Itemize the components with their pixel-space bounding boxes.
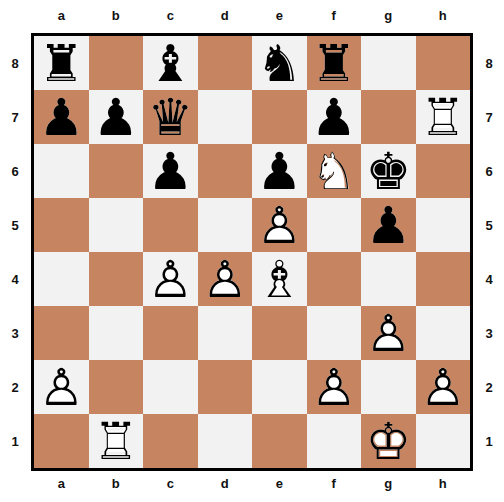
piece-glyph: ♜ [307,36,362,90]
square-h4[interactable] [416,252,471,306]
square-b2[interactable] [89,360,144,414]
square-e3[interactable] [252,306,307,360]
piece-glyph: ♙ [416,360,471,414]
piece-white-pawn[interactable]: ♟♙ [416,360,471,414]
square-a6[interactable] [34,144,89,198]
piece-fill: ♟ [252,198,307,252]
square-g6[interactable]: ♚♚ [361,144,416,198]
square-g5[interactable]: ♟♟ [361,198,416,252]
square-h2[interactable]: ♟♙ [416,360,471,414]
piece-glyph: ♟ [361,198,416,252]
file-label-f: f [307,472,362,494]
square-f2[interactable]: ♟♙ [307,360,362,414]
piece-black-king[interactable]: ♚♚ [361,144,416,198]
square-e6[interactable]: ♟♟ [252,144,307,198]
piece-glyph: ♟ [252,144,307,198]
rank-label-6: 6 [4,144,26,198]
square-a1[interactable] [34,414,89,468]
square-f6[interactable]: ♞♘ [307,144,362,198]
piece-black-pawn[interactable]: ♟♟ [307,90,362,144]
piece-white-bishop[interactable]: ♝♗ [252,252,307,306]
rank-label-7: 7 [4,90,26,144]
rank-label-4: 4 [478,252,500,306]
piece-fill: ♝ [143,36,198,90]
file-labels-top: abcdefgh [34,4,470,26]
piece-glyph: ♛ [143,90,198,144]
file-label-e: e [252,4,307,26]
square-c4[interactable]: ♟♙ [143,252,198,306]
piece-white-pawn[interactable]: ♟♙ [361,306,416,360]
file-labels-bottom: abcdefgh [34,472,470,494]
square-f1[interactable] [307,414,362,468]
piece-fill: ♝ [252,252,307,306]
piece-glyph: ♘ [307,144,362,198]
square-g1[interactable]: ♚♔ [361,414,416,468]
square-f4[interactable] [307,252,362,306]
piece-glyph: ♚ [361,144,416,198]
rank-label-6: 6 [478,144,500,198]
piece-fill: ♟ [34,360,89,414]
rank-label-1: 1 [478,414,500,468]
piece-fill: ♟ [307,90,362,144]
piece-white-pawn[interactable]: ♟♙ [143,252,198,306]
piece-fill: ♞ [252,36,307,90]
square-d2[interactable] [198,360,253,414]
piece-glyph: ♖ [416,90,471,144]
square-g2[interactable] [361,360,416,414]
piece-white-pawn[interactable]: ♟♙ [198,252,253,306]
piece-fill: ♟ [143,252,198,306]
piece-glyph: ♟ [34,90,89,144]
square-f3[interactable] [307,306,362,360]
file-label-d: d [198,472,253,494]
piece-black-pawn[interactable]: ♟♟ [143,144,198,198]
square-e1[interactable] [252,414,307,468]
square-g7[interactable] [361,90,416,144]
piece-fill: ♜ [89,414,144,468]
piece-black-queen[interactable]: ♛♛ [143,90,198,144]
file-label-g: g [361,472,416,494]
square-c5[interactable] [143,198,198,252]
piece-fill: ♟ [34,90,89,144]
square-d7[interactable] [198,90,253,144]
rank-label-3: 3 [478,306,500,360]
piece-fill: ♟ [416,360,471,414]
square-a8[interactable]: ♜♜ [34,36,89,90]
square-h7[interactable]: ♜♖ [416,90,471,144]
square-d1[interactable] [198,414,253,468]
piece-glyph: ♙ [34,360,89,414]
file-label-e: e [252,472,307,494]
piece-glyph: ♙ [361,306,416,360]
piece-fill: ♟ [307,360,362,414]
piece-black-rook[interactable]: ♜♜ [34,36,89,90]
file-label-a: a [34,4,89,26]
piece-fill: ♟ [143,144,198,198]
square-a5[interactable] [34,198,89,252]
rank-label-8: 8 [478,36,500,90]
piece-glyph: ♙ [307,360,362,414]
file-label-h: h [416,4,471,26]
rank-labels-right: 87654321 [478,36,500,468]
square-e2[interactable] [252,360,307,414]
square-d5[interactable] [198,198,253,252]
square-g3[interactable]: ♟♙ [361,306,416,360]
rank-label-2: 2 [4,360,26,414]
rank-label-7: 7 [478,90,500,144]
square-f7[interactable]: ♟♟ [307,90,362,144]
square-c2[interactable] [143,360,198,414]
piece-glyph: ♞ [252,36,307,90]
piece-white-rook[interactable]: ♜♖ [416,90,471,144]
piece-glyph: ♙ [198,252,253,306]
square-b7[interactable]: ♟♟ [89,90,144,144]
square-a3[interactable] [34,306,89,360]
piece-glyph: ♝ [143,36,198,90]
piece-black-bishop[interactable]: ♝♝ [143,36,198,90]
piece-white-pawn[interactable]: ♟♙ [34,360,89,414]
file-label-f: f [307,4,362,26]
piece-black-pawn[interactable]: ♟♟ [361,198,416,252]
square-h8[interactable] [416,36,471,90]
rank-label-8: 8 [4,36,26,90]
piece-fill: ♚ [361,144,416,198]
piece-fill: ♟ [361,306,416,360]
piece-fill: ♟ [198,252,253,306]
square-a2[interactable]: ♟♙ [34,360,89,414]
file-label-c: c [143,472,198,494]
piece-glyph: ♟ [89,90,144,144]
piece-glyph: ♟ [143,144,198,198]
file-label-b: b [89,4,144,26]
rank-label-5: 5 [4,198,26,252]
piece-white-king[interactable]: ♚♔ [361,414,416,468]
piece-glyph: ♗ [252,252,307,306]
piece-white-knight[interactable]: ♞♘ [307,144,362,198]
file-label-c: c [143,4,198,26]
rank-label-5: 5 [478,198,500,252]
square-e7[interactable] [252,90,307,144]
square-c6[interactable]: ♟♟ [143,144,198,198]
square-h6[interactable] [416,144,471,198]
square-b8[interactable] [89,36,144,90]
piece-white-pawn[interactable]: ♟♙ [307,360,362,414]
piece-fill: ♛ [143,90,198,144]
square-a7[interactable]: ♟♟ [34,90,89,144]
file-label-a: a [34,472,89,494]
rank-label-1: 1 [4,414,26,468]
square-c3[interactable] [143,306,198,360]
square-g8[interactable] [361,36,416,90]
square-b1[interactable]: ♜♖ [89,414,144,468]
square-h1[interactable] [416,414,471,468]
piece-fill: ♞ [307,144,362,198]
square-c7[interactable]: ♛♛ [143,90,198,144]
square-c1[interactable] [143,414,198,468]
square-b4[interactable] [89,252,144,306]
piece-glyph: ♙ [143,252,198,306]
chessboard-diagram: abcdefgh abcdefgh 87654321 87654321 ♜♜♝♝… [0,0,504,502]
chess-board: ♜♜♝♝♞♞♜♜♟♟♟♟♛♛♟♟♜♖♟♟♟♟♞♘♚♚♟♙♟♟♟♙♟♙♝♗♟♙♟♙… [31,33,473,471]
rank-label-2: 2 [478,360,500,414]
square-c8[interactable]: ♝♝ [143,36,198,90]
square-e5[interactable]: ♟♙ [252,198,307,252]
piece-fill: ♟ [89,90,144,144]
piece-glyph: ♔ [361,414,416,468]
square-e4[interactable]: ♝♗ [252,252,307,306]
piece-white-pawn[interactable]: ♟♙ [252,198,307,252]
piece-glyph: ♜ [34,36,89,90]
piece-black-pawn[interactable]: ♟♟ [89,90,144,144]
piece-fill: ♜ [416,90,471,144]
square-a4[interactable] [34,252,89,306]
file-label-b: b [89,472,144,494]
square-d4[interactable]: ♟♙ [198,252,253,306]
file-label-g: g [361,4,416,26]
piece-fill: ♜ [34,36,89,90]
piece-glyph: ♙ [252,198,307,252]
rank-label-4: 4 [4,252,26,306]
square-b6[interactable] [89,144,144,198]
piece-white-rook[interactable]: ♜♖ [89,414,144,468]
piece-black-knight[interactable]: ♞♞ [252,36,307,90]
piece-fill: ♟ [252,144,307,198]
piece-black-rook[interactable]: ♜♜ [307,36,362,90]
file-label-d: d [198,4,253,26]
square-b5[interactable] [89,198,144,252]
rank-labels-left: 87654321 [4,36,26,468]
square-d8[interactable] [198,36,253,90]
square-h3[interactable] [416,306,471,360]
square-g4[interactable] [361,252,416,306]
rank-label-3: 3 [4,306,26,360]
square-e8[interactable]: ♞♞ [252,36,307,90]
square-f8[interactable]: ♜♜ [307,36,362,90]
piece-fill: ♚ [361,414,416,468]
piece-fill: ♟ [361,198,416,252]
file-label-h: h [416,472,471,494]
piece-black-pawn[interactable]: ♟♟ [252,144,307,198]
square-d6[interactable] [198,144,253,198]
piece-glyph: ♟ [307,90,362,144]
square-f5[interactable] [307,198,362,252]
piece-black-pawn[interactable]: ♟♟ [34,90,89,144]
piece-glyph: ♖ [89,414,144,468]
square-d3[interactable] [198,306,253,360]
piece-fill: ♜ [307,36,362,90]
square-h5[interactable] [416,198,471,252]
square-b3[interactable] [89,306,144,360]
